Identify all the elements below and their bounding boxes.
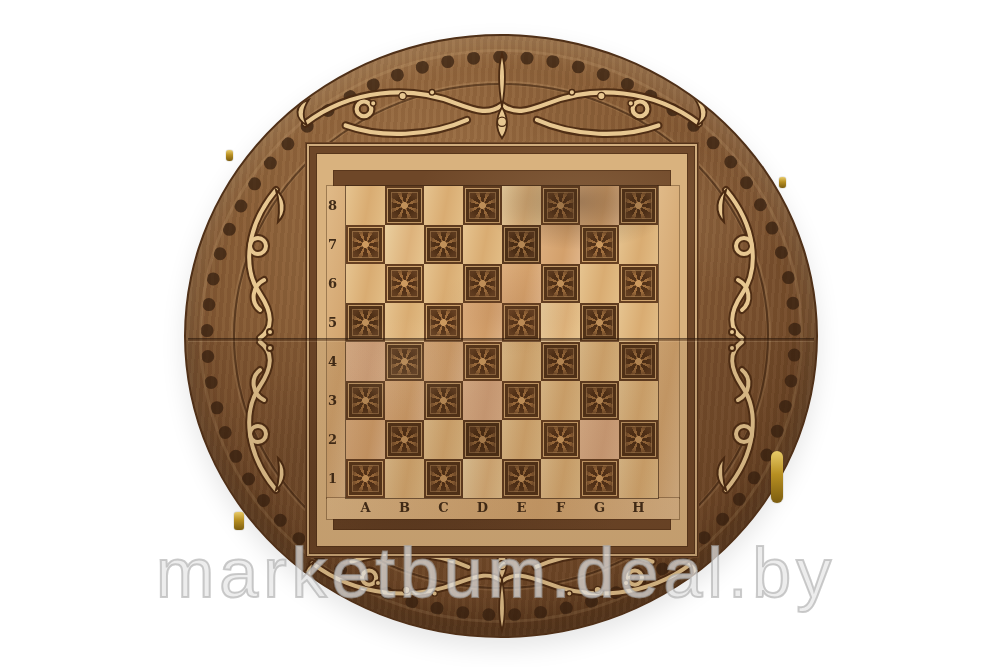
square-b4[interactable] xyxy=(385,342,424,381)
square-f7[interactable] xyxy=(541,225,580,264)
square-h6[interactable] xyxy=(619,264,658,303)
square-g8[interactable] xyxy=(580,186,619,225)
square-b5[interactable] xyxy=(385,303,424,342)
square-a2[interactable] xyxy=(346,420,385,459)
file-label-strip xyxy=(327,498,679,519)
file-label: F xyxy=(541,497,580,519)
square-b3[interactable] xyxy=(385,381,424,420)
rank-labels: 87654321 xyxy=(317,186,348,498)
file-label: G xyxy=(580,497,619,519)
rank-label: 4 xyxy=(317,342,348,381)
square-d5[interactable] xyxy=(463,303,502,342)
brass-hinge-pin-left-top xyxy=(226,150,233,161)
file-label: E xyxy=(502,497,541,519)
right-frame-strip xyxy=(658,186,679,498)
chessboard xyxy=(346,186,658,498)
square-e3[interactable] xyxy=(502,381,541,420)
rank-label: 6 xyxy=(317,264,348,303)
product-photo: 87654321 ABCDEFGH marketbum.deal.by xyxy=(0,0,1000,667)
square-c1[interactable] xyxy=(424,459,463,498)
square-b7[interactable] xyxy=(385,225,424,264)
square-e2[interactable] xyxy=(502,420,541,459)
square-a5[interactable] xyxy=(346,303,385,342)
square-e8[interactable] xyxy=(502,186,541,225)
square-e1[interactable] xyxy=(502,459,541,498)
file-label: B xyxy=(385,497,424,519)
square-f3[interactable] xyxy=(541,381,580,420)
top-scroll-ornament xyxy=(274,50,730,142)
square-c5[interactable] xyxy=(424,303,463,342)
square-c2[interactable] xyxy=(424,420,463,459)
square-c3[interactable] xyxy=(424,381,463,420)
square-g5[interactable] xyxy=(580,303,619,342)
square-h4[interactable] xyxy=(619,342,658,381)
square-a1[interactable] xyxy=(346,459,385,498)
square-h2[interactable] xyxy=(619,420,658,459)
square-g7[interactable] xyxy=(580,225,619,264)
square-a8[interactable] xyxy=(346,186,385,225)
rank-label: 5 xyxy=(317,303,348,342)
square-c8[interactable] xyxy=(424,186,463,225)
rank-label: 3 xyxy=(317,381,348,420)
file-label: D xyxy=(463,497,502,519)
square-b8[interactable] xyxy=(385,186,424,225)
square-g2[interactable] xyxy=(580,420,619,459)
square-e4[interactable] xyxy=(502,342,541,381)
file-label: H xyxy=(619,497,658,519)
brass-hinge-pin-right-top xyxy=(779,177,786,188)
file-labels: ABCDEFGH xyxy=(346,497,658,519)
rank-label-strip xyxy=(327,186,348,498)
square-c7[interactable] xyxy=(424,225,463,264)
square-a3[interactable] xyxy=(346,381,385,420)
square-g1[interactable] xyxy=(580,459,619,498)
square-b1[interactable] xyxy=(385,459,424,498)
brass-hinge-pin-left-bottom xyxy=(234,512,244,530)
square-f2[interactable] xyxy=(541,420,580,459)
brass-latch-right xyxy=(771,451,783,503)
square-d1[interactable] xyxy=(463,459,502,498)
rank-label: 7 xyxy=(317,225,348,264)
file-label: C xyxy=(424,497,463,519)
square-f5[interactable] xyxy=(541,303,580,342)
square-c4[interactable] xyxy=(424,342,463,381)
square-h1[interactable] xyxy=(619,459,658,498)
square-a7[interactable] xyxy=(346,225,385,264)
square-g3[interactable] xyxy=(580,381,619,420)
rank-label: 8 xyxy=(317,186,348,225)
square-g6[interactable] xyxy=(580,264,619,303)
round-board: 87654321 ABCDEFGH xyxy=(184,34,818,638)
square-f4[interactable] xyxy=(541,342,580,381)
square-e5[interactable] xyxy=(502,303,541,342)
right-scroll-ornament xyxy=(708,182,772,498)
square-b6[interactable] xyxy=(385,264,424,303)
square-d7[interactable] xyxy=(463,225,502,264)
square-a4[interactable] xyxy=(346,342,385,381)
square-d8[interactable] xyxy=(463,186,502,225)
rank-label: 2 xyxy=(317,420,348,459)
square-h8[interactable] xyxy=(619,186,658,225)
square-e6[interactable] xyxy=(502,264,541,303)
square-h7[interactable] xyxy=(619,225,658,264)
square-d3[interactable] xyxy=(463,381,502,420)
square-b2[interactable] xyxy=(385,420,424,459)
left-scroll-ornament xyxy=(230,182,294,498)
square-f6[interactable] xyxy=(541,264,580,303)
square-d4[interactable] xyxy=(463,342,502,381)
file-label: A xyxy=(346,497,385,519)
square-f8[interactable] xyxy=(541,186,580,225)
rank-label: 1 xyxy=(317,459,348,498)
square-h3[interactable] xyxy=(619,381,658,420)
square-d2[interactable] xyxy=(463,420,502,459)
square-g4[interactable] xyxy=(580,342,619,381)
square-a6[interactable] xyxy=(346,264,385,303)
square-c6[interactable] xyxy=(424,264,463,303)
chess-panel: 87654321 ABCDEFGH xyxy=(305,142,699,558)
square-h5[interactable] xyxy=(619,303,658,342)
square-d6[interactable] xyxy=(463,264,502,303)
square-f1[interactable] xyxy=(541,459,580,498)
square-e7[interactable] xyxy=(502,225,541,264)
